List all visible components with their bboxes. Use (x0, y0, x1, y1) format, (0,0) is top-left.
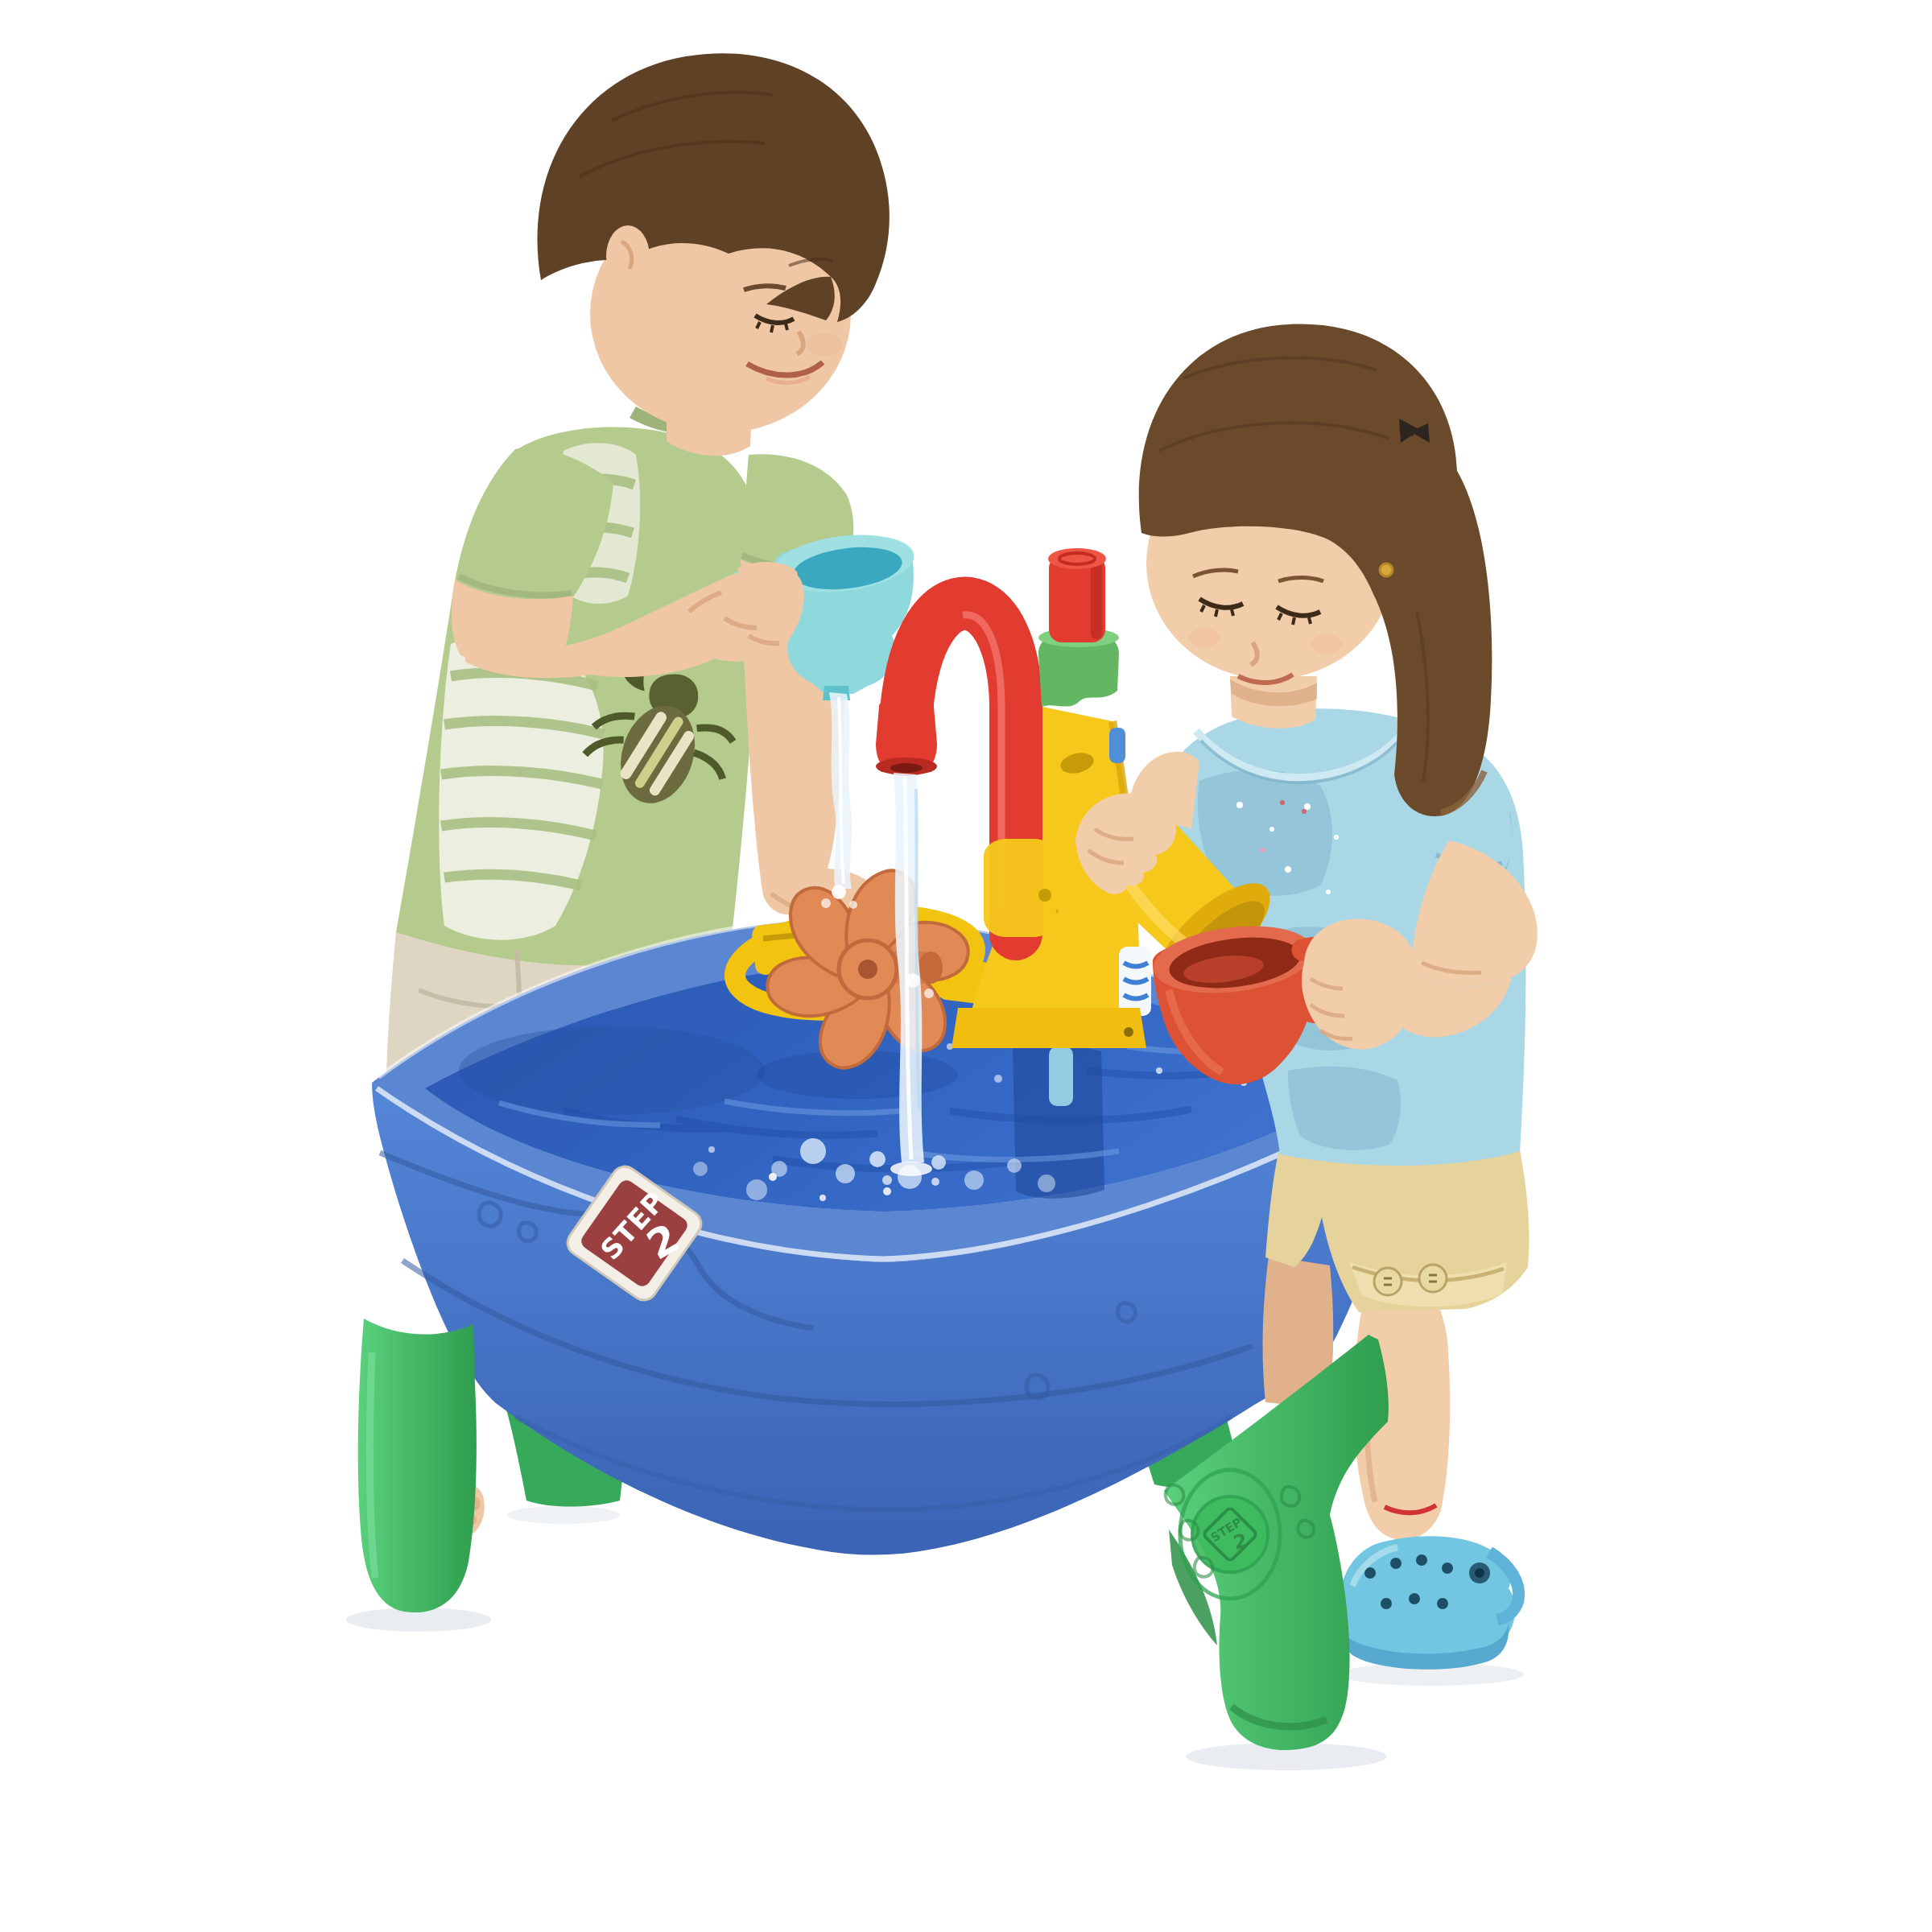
pump-plunger-cap (1048, 548, 1106, 569)
faucet-clamp (984, 839, 1056, 937)
pump-sticker-front (1119, 947, 1151, 1016)
boy-ear (606, 225, 650, 287)
girl-earring (1380, 563, 1393, 576)
product-photo: STEP 2 (0, 0, 1932, 1932)
pump-sticker-top (1109, 728, 1125, 763)
girl-croc-shoe (1339, 1536, 1519, 1670)
faucet-outlet (890, 763, 923, 773)
pump-base-flange (952, 1008, 1146, 1048)
pump-intake-tube (1049, 1046, 1073, 1106)
